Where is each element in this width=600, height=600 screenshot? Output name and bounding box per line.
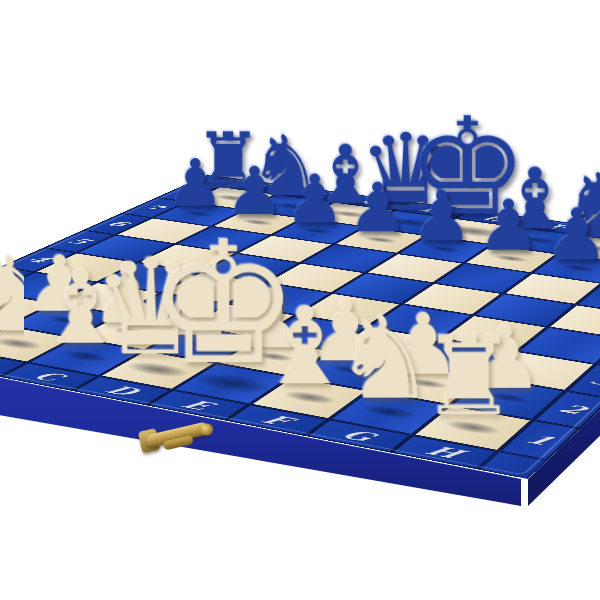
chess-set-photo-scene: ABCDEFGH8877665544332211ABCDEFGH ♜♞♝♛♚♝♞… — [0, 0, 600, 600]
piece-white-rook-h1[interactable]: ♜ — [348, 322, 590, 431]
chess-board: ABCDEFGH8877665544332211ABCDEFGH ♜♞♝♛♚♝♞… — [0, 175, 600, 479]
piece-blue-pawn-h7[interactable]: ♟ — [550, 208, 600, 281]
